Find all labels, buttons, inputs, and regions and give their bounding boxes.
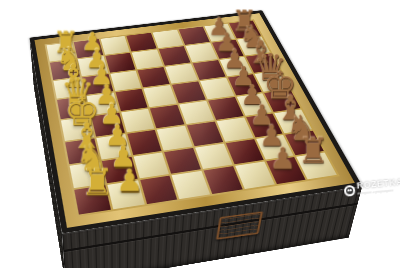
copper-pawn: ♟	[258, 142, 309, 172]
gold-knight: ♞	[67, 140, 118, 176]
power-socket-icon	[344, 185, 356, 197]
square-c5	[165, 63, 197, 83]
square-b2	[78, 56, 108, 76]
square-d4	[144, 85, 177, 107]
square-a3	[100, 36, 130, 55]
metal-clasp	[216, 211, 263, 240]
square-a5	[153, 30, 183, 48]
copper-knight: ♞	[277, 110, 326, 145]
square-a2	[74, 39, 103, 58]
copper-pawn: ♟	[248, 121, 297, 150]
gold-pawn: ♟	[103, 165, 155, 196]
square-c3	[110, 70, 142, 91]
square-c1	[53, 77, 84, 98]
square-b5	[159, 46, 190, 65]
square-b1	[50, 59, 80, 79]
gold-bishop: ♝	[62, 118, 111, 153]
square-a4	[127, 33, 157, 51]
square-b4	[132, 49, 163, 69]
square-c4	[138, 67, 170, 88]
chess-set-photo: ♜♞♝♛♚♝♞♜♟♟♟♟♟♟♟♟♟♟♟♟♟♟♟♟♜♞♝♛♚♝♞♜ ROZETKA…	[0, 0, 400, 268]
square-a1	[47, 42, 76, 61]
square-b3	[105, 53, 136, 73]
gold-rook: ♜	[71, 164, 124, 201]
gold-pawn: ♟	[93, 120, 142, 149]
copper-rook: ♜	[287, 133, 337, 168]
scene: ♜♞♝♛♚♝♞♜♟♟♟♟♟♟♟♟♟♟♟♟♟♟♟♟♜♞♝♛♚♝♞♜	[0, 0, 400, 268]
gold-pawn: ♟	[98, 142, 149, 172]
square-c2	[82, 74, 113, 95]
copper-pawn: ♟	[238, 100, 286, 128]
chess-case: ♜♞♝♛♚♝♞♜♟♟♟♟♟♟♟♟♟♟♟♟♟♟♟♟♜♞♝♛♚♝♞♜	[29, 10, 362, 233]
